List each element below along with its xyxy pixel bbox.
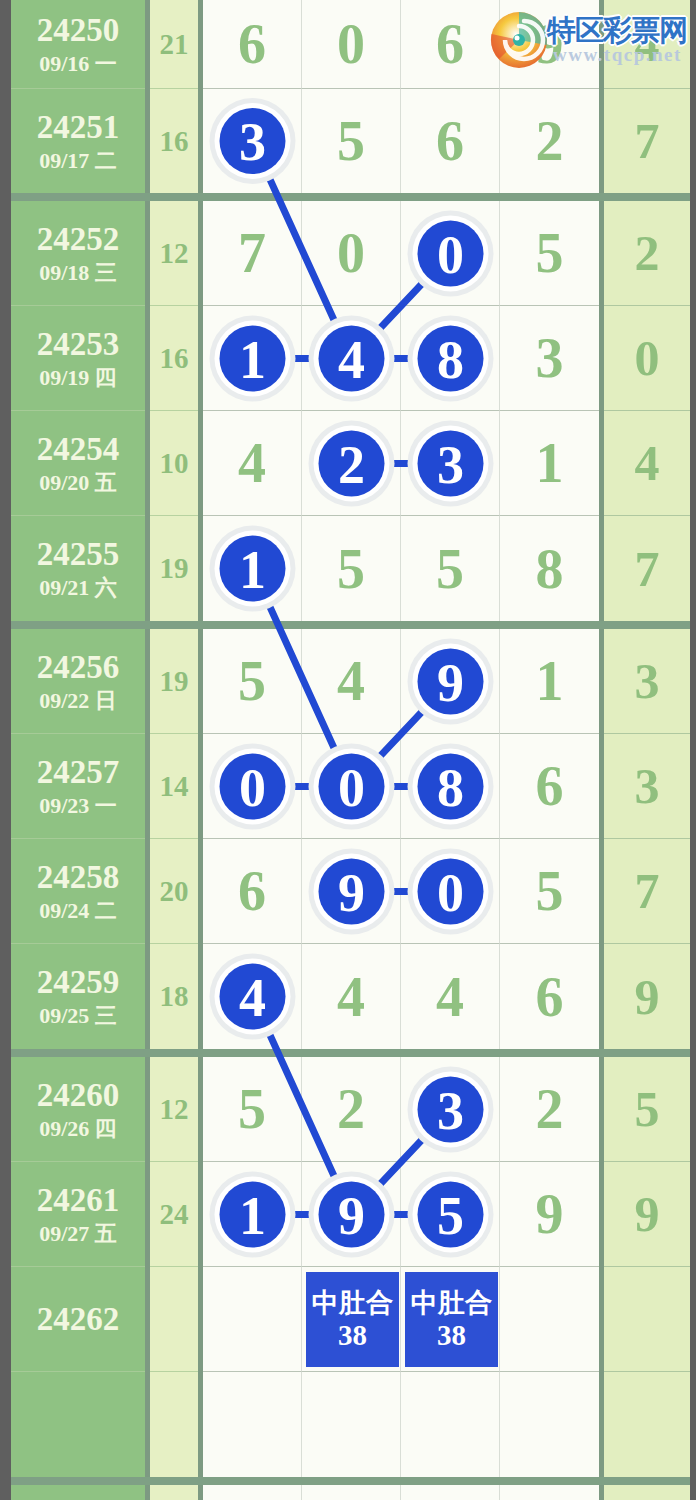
digit-cell (302, 1162, 401, 1267)
digit-cell (500, 1372, 599, 1477)
logo-url: www.tqcp.net (553, 44, 682, 66)
digit-cell: 5 (500, 839, 599, 944)
issue-cell: 2425009/16 一 (11, 0, 145, 89)
sum-cell: 19 (150, 516, 198, 621)
sum-cell: 24 (150, 1162, 198, 1267)
digit-cell (203, 516, 302, 621)
digit-cell: 0 (302, 201, 401, 306)
digit-cell: 4 (302, 944, 401, 1049)
digit-cell (302, 734, 401, 839)
draw-date: 09/24 二 (39, 899, 117, 924)
digit-cell (302, 839, 401, 944)
issue-number: 24252 (37, 221, 120, 258)
issue-cell: 2425309/19 四 (11, 306, 145, 411)
sum-cell: 21 (150, 0, 198, 89)
issue-number: 24250 (37, 12, 120, 49)
draw-date: 09/22 日 (39, 689, 117, 714)
chart-row: 2425409/20 五10414 (11, 411, 690, 516)
sum-cell (150, 1267, 198, 1372)
issue-number: 24258 (37, 859, 120, 896)
digit-cell (203, 1162, 302, 1267)
sum-cell: 20 (150, 839, 198, 944)
digit-cell: 9 (500, 1162, 599, 1267)
digit-cell: 5 (302, 516, 401, 621)
digit-cell (401, 629, 500, 734)
digit-cell (401, 1372, 500, 1477)
issue-cell: 2425509/21 六 (11, 516, 145, 621)
tail-digit-cell: 9 (604, 944, 690, 1049)
digit-cell (203, 306, 302, 411)
digit-cell (500, 1485, 599, 1500)
issue-cell: 2425409/20 五 (11, 411, 145, 516)
tail-digit-cell (604, 1485, 690, 1500)
issue-cell: 2425809/24 二 (11, 839, 145, 944)
draw-date: 09/20 五 (39, 471, 117, 496)
chart-row: 2426009/26 四125225 (11, 1057, 690, 1162)
sum-cell: 16 (150, 306, 198, 411)
tail-digit-cell: 2 (604, 201, 690, 306)
digit-cell: 6 (500, 734, 599, 839)
tail-digit-cell (604, 1372, 690, 1477)
draw-date: 09/18 三 (39, 261, 117, 286)
tail-digit-cell: 7 (604, 516, 690, 621)
issue-number: 24259 (37, 964, 120, 1001)
digit-cell (302, 306, 401, 411)
issue-cell: 2425109/17 二 (11, 89, 145, 193)
digit-cell (302, 411, 401, 516)
tail-digit-cell: 3 (604, 734, 690, 839)
chart-row: 2425609/22 日195413 (11, 629, 690, 734)
issue-number: 24260 (37, 1077, 120, 1114)
digit-cell: 2 (500, 1057, 599, 1162)
issue-number: 24256 (37, 649, 120, 686)
issue-cell: 2425909/25 三 (11, 944, 145, 1049)
digit-cell: 3 (500, 306, 599, 411)
digit-cell: 1 (500, 629, 599, 734)
digit-cell (203, 944, 302, 1049)
issue-number: 24262 (37, 1301, 120, 1338)
digit-cell: 6 (203, 839, 302, 944)
tail-digit-cell: 7 (604, 89, 690, 193)
tail-digit-cell: 7 (604, 839, 690, 944)
issue-cell: 2426109/27 五 (11, 1162, 145, 1267)
digit-cell (401, 306, 500, 411)
digit-cell: 2 (500, 89, 599, 193)
digit-cell (401, 1485, 500, 1500)
chart-body: 2425009/16 一21606942425109/17 二165627242… (11, 0, 690, 1500)
digit-cell: 4 (302, 629, 401, 734)
issue-cell: 24262 (11, 1267, 145, 1372)
sum-cell: 19 (150, 629, 198, 734)
digit-cell: 6 (203, 0, 302, 89)
digit-cell (203, 1267, 302, 1372)
digit-cell: 6 (401, 0, 500, 89)
digit-cell: 6 (500, 944, 599, 1049)
group-separator (11, 621, 690, 629)
digit-cell (203, 1485, 302, 1500)
logo-spiral-icon (489, 10, 549, 70)
digit-cell (401, 411, 500, 516)
draw-date: 09/19 四 (39, 366, 117, 391)
digit-cell (401, 1057, 500, 1162)
digit-cell: 4 (401, 944, 500, 1049)
sum-cell (150, 1372, 198, 1477)
issue-number: 24257 (37, 754, 120, 791)
chart-row (11, 1485, 690, 1500)
sum-cell: 12 (150, 201, 198, 306)
digit-cell: 4 (203, 411, 302, 516)
digit-cell: 7 (203, 201, 302, 306)
issue-cell (11, 1485, 145, 1500)
issue-cell: 2425209/18 三 (11, 201, 145, 306)
chart-row: 2425809/24 二20657 (11, 839, 690, 944)
digit-cell: 5 (203, 629, 302, 734)
digit-cell: 1 (500, 411, 599, 516)
group-separator (11, 1049, 690, 1057)
issue-number: 24261 (37, 1182, 120, 1219)
digit-cell (401, 734, 500, 839)
tail-digit-cell: 0 (604, 306, 690, 411)
sum-cell: 14 (150, 734, 198, 839)
sum-cell (150, 1485, 198, 1500)
draw-date: 09/16 一 (39, 52, 117, 77)
group-separator (11, 193, 690, 201)
site-logo[interactable]: 特区彩票网 www.tqcp.net (487, 6, 693, 68)
tail-digit-cell: 4 (604, 411, 690, 516)
sum-cell: 10 (150, 411, 198, 516)
draw-date: 09/26 四 (39, 1117, 117, 1142)
chart-row (11, 1372, 690, 1477)
chart-row: 24262 (11, 1267, 690, 1372)
chart-row: 2425109/17 二165627 (11, 89, 690, 193)
digit-cell: 8 (500, 516, 599, 621)
draw-date: 09/27 五 (39, 1222, 117, 1247)
tail-digit-cell (604, 1267, 690, 1372)
sum-cell: 16 (150, 89, 198, 193)
group-separator (11, 1477, 690, 1485)
issue-cell: 2425709/23 一 (11, 734, 145, 839)
chart-row: 2425309/19 四1630 (11, 306, 690, 411)
draw-date: 09/25 三 (39, 1004, 117, 1029)
tail-digit-cell: 5 (604, 1057, 690, 1162)
digit-cell (401, 1267, 500, 1372)
chart-row: 2425209/18 三127052 (11, 201, 690, 306)
digit-cell (302, 1267, 401, 1372)
digit-cell: 2 (302, 1057, 401, 1162)
draw-date: 09/17 二 (39, 149, 117, 174)
sum-cell: 12 (150, 1057, 198, 1162)
sum-cell: 18 (150, 944, 198, 1049)
issue-cell: 2425609/22 日 (11, 629, 145, 734)
lottery-trend-chart: 2425009/16 一21606942425109/17 二165627242… (0, 0, 696, 1500)
issue-cell (11, 1372, 145, 1477)
digit-cell: 5 (203, 1057, 302, 1162)
draw-date: 09/23 一 (39, 794, 117, 819)
issue-number: 24251 (37, 109, 120, 146)
digit-cell (302, 1485, 401, 1500)
issue-number: 24253 (37, 326, 120, 363)
issue-number: 24254 (37, 431, 120, 468)
draw-date: 09/21 六 (39, 576, 117, 601)
digit-cell (203, 89, 302, 193)
digit-cell: 6 (401, 89, 500, 193)
chart-row: 2425509/21 六195587 (11, 516, 690, 621)
digit-cell (401, 201, 500, 306)
digit-cell (401, 839, 500, 944)
digit-cell: 5 (302, 89, 401, 193)
chart-row: 2425709/23 一1463 (11, 734, 690, 839)
tail-digit-cell: 9 (604, 1162, 690, 1267)
digit-cell (500, 1267, 599, 1372)
digit-cell (302, 1372, 401, 1477)
digit-cell (401, 1162, 500, 1267)
chart-row: 2425909/25 三184469 (11, 944, 690, 1049)
tail-digit-cell: 3 (604, 629, 690, 734)
issue-number: 24255 (37, 536, 120, 573)
digit-cell: 5 (401, 516, 500, 621)
chart-row: 2426109/27 五2499 (11, 1162, 690, 1267)
digit-cell: 0 (302, 0, 401, 89)
digit-cell (203, 1372, 302, 1477)
issue-cell: 2426009/26 四 (11, 1057, 145, 1162)
digit-cell: 5 (500, 201, 599, 306)
digit-cell (203, 734, 302, 839)
